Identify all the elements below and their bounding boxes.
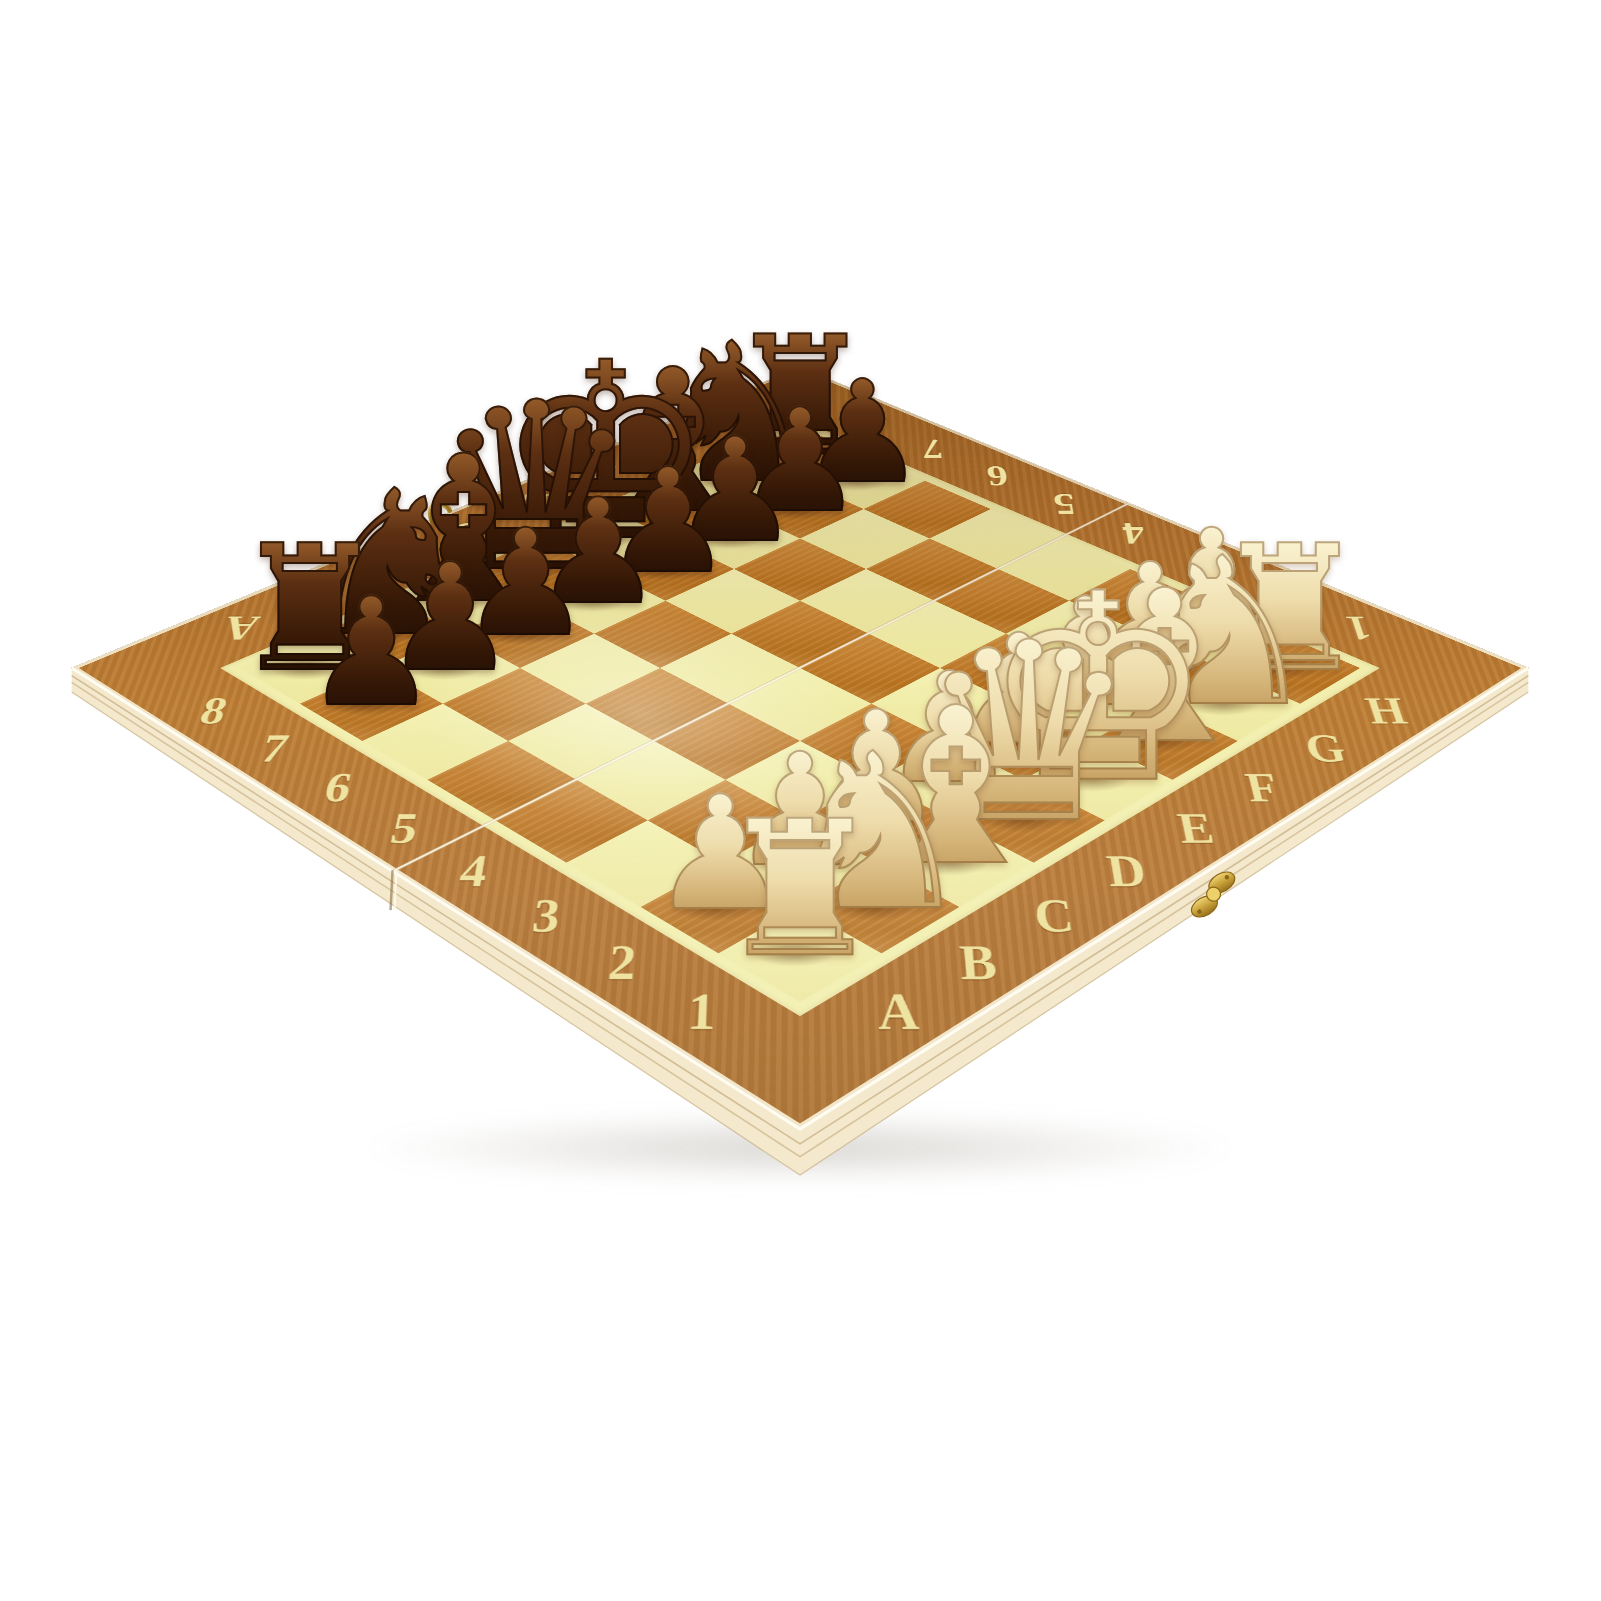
pieces-layer: ♜♞♝♛♚♝♞♜♟♟♟♟♟♟♟♟♟♟♟♟♟♟♟♟♜♞♝♛♚♝♞♜ — [0, 0, 1601, 1601]
white-rook-a1: ♜ — [716, 796, 884, 983]
product-photo-stage: 8877665544332211HHGGFFEEDDCCBBAA ♜♞♝♛♚♝♞… — [0, 0, 1601, 1601]
black-pawn-a7: ♟ — [305, 579, 439, 728]
